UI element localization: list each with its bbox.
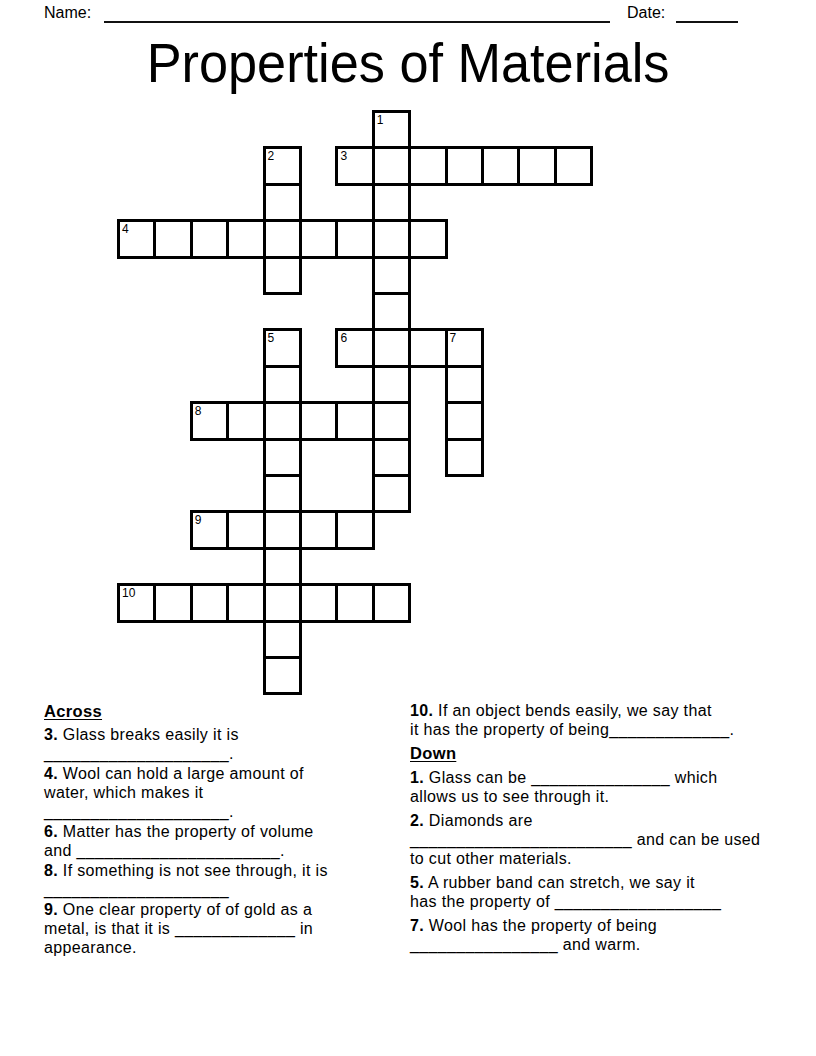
clue-text: If something is not see through, it is _… — [44, 862, 328, 898]
cell-number-6: 6 — [340, 331, 347, 345]
cell-r14c5[interactable] — [263, 583, 302, 622]
cell-r4c8[interactable] — [372, 219, 411, 258]
clue-across-10: 10. If an object bends easily, we say th… — [410, 701, 780, 739]
cell-r9c6[interactable] — [299, 401, 338, 440]
cell-r11c8[interactable] — [372, 474, 411, 513]
cell-r6c8[interactable] — [372, 292, 411, 331]
clue-number: 4. — [44, 765, 58, 782]
cell-number-4: 4 — [122, 222, 129, 236]
cell-r14c1[interactable]: 10 — [117, 583, 156, 622]
cell-r10c8[interactable] — [372, 438, 411, 477]
cell-r5c5[interactable] — [263, 256, 302, 295]
cell-r2c11[interactable] — [481, 146, 520, 185]
cell-r12c3[interactable]: 9 — [190, 510, 229, 549]
cell-number-10: 10 — [122, 586, 135, 600]
cell-r2c10[interactable] — [445, 146, 484, 185]
clue-text: A rubber band can stretch, we say it has… — [410, 874, 721, 910]
clue-number: 5. — [410, 874, 424, 891]
cell-r2c8[interactable] — [372, 146, 411, 185]
cell-r14c8[interactable] — [372, 583, 411, 622]
cell-number-2: 2 — [268, 149, 275, 163]
cell-r7c5[interactable]: 5 — [263, 328, 302, 367]
cell-r14c4[interactable] — [226, 583, 265, 622]
clue-text: Glass can be _______________ which allow… — [410, 769, 717, 805]
crossword-worksheet: Name: Date: Properties of Materials 1234… — [0, 0, 816, 1056]
cell-r7c9[interactable] — [408, 328, 447, 367]
clue-down-7: 7. Wool has the property of being ______… — [410, 916, 780, 954]
cell-r7c10[interactable]: 7 — [445, 328, 484, 367]
cell-number-9: 9 — [195, 513, 202, 527]
cell-r2c7[interactable]: 3 — [335, 146, 374, 185]
page-title: Properties of Materials — [0, 34, 816, 92]
cell-r7c8[interactable] — [372, 328, 411, 367]
clue-text: Diamonds are ________________________ an… — [410, 812, 760, 867]
clue-number: 2. — [410, 812, 424, 829]
cell-r2c12[interactable] — [517, 146, 556, 185]
cell-r1c8[interactable]: 1 — [372, 110, 411, 149]
clue-number: 8. — [44, 862, 58, 879]
clue-across-4: 4. Wool can hold a large amount of water… — [44, 764, 396, 821]
cell-number-3: 3 — [340, 149, 347, 163]
cell-r9c4[interactable] — [226, 401, 265, 440]
clue-number: 6. — [44, 823, 58, 840]
date-label: Date: — [627, 4, 665, 22]
cell-r4c1[interactable]: 4 — [117, 219, 156, 258]
name-blank-line — [104, 21, 610, 23]
cell-r11c5[interactable] — [263, 474, 302, 513]
clue-text: Wool has the property of being _________… — [410, 917, 657, 953]
cell-r14c3[interactable] — [190, 583, 229, 622]
cell-number-8: 8 — [195, 404, 202, 418]
clue-across-3: 3. Glass breaks easily it is ___________… — [44, 725, 396, 763]
clue-number: 1. — [410, 769, 424, 786]
cell-r5c8[interactable] — [372, 256, 411, 295]
cell-r3c5[interactable] — [263, 183, 302, 222]
cell-r13c5[interactable] — [263, 547, 302, 586]
cell-r4c3[interactable] — [190, 219, 229, 258]
clue-down-5: 5. A rubber band can stretch, we say it … — [410, 873, 780, 911]
cell-r12c4[interactable] — [226, 510, 265, 549]
cell-r4c6[interactable] — [299, 219, 338, 258]
clue-number: 10. — [410, 702, 433, 719]
clue-text: If an object bends easily, we say that i… — [410, 702, 734, 738]
cell-r3c8[interactable] — [372, 183, 411, 222]
cell-number-5: 5 — [268, 331, 275, 345]
cell-r9c10[interactable] — [445, 401, 484, 440]
down-clues-column: 10. If an object bends easily, we say th… — [410, 701, 780, 959]
cell-r2c13[interactable] — [554, 146, 593, 185]
cell-r10c10[interactable] — [445, 438, 484, 477]
clue-across-6: 6. Matter has the property of volume and… — [44, 822, 396, 860]
cell-r9c5[interactable] — [263, 401, 302, 440]
down-heading: Down — [410, 744, 780, 763]
cell-r4c7[interactable] — [335, 219, 374, 258]
cell-number-7: 7 — [450, 331, 457, 345]
cell-r9c3[interactable]: 8 — [190, 401, 229, 440]
clue-text: One clear property of of gold as a metal… — [44, 901, 313, 956]
cell-r9c8[interactable] — [372, 401, 411, 440]
cell-r4c2[interactable] — [153, 219, 192, 258]
clue-text: Wool can hold a large amount of water, w… — [44, 765, 304, 820]
clue-text: Matter has the property of volume and __… — [44, 823, 314, 859]
clue-number: 9. — [44, 901, 58, 918]
clue-number: 7. — [410, 917, 424, 934]
cell-r15c5[interactable] — [263, 620, 302, 659]
across-clues-column: Across 3. Glass breaks easily it is ____… — [44, 702, 396, 958]
cell-r12c6[interactable] — [299, 510, 338, 549]
cell-r2c5[interactable]: 2 — [263, 146, 302, 185]
cell-r12c5[interactable] — [263, 510, 302, 549]
cell-r4c4[interactable] — [226, 219, 265, 258]
crossword-grid: 12345678910 — [117, 110, 594, 696]
clue-down-1: 1. Glass can be _______________ which al… — [410, 768, 780, 806]
cell-r16c5[interactable] — [263, 656, 302, 695]
clue-down-2: 2. Diamonds are ________________________… — [410, 811, 780, 868]
cell-r9c7[interactable] — [335, 401, 374, 440]
cell-r8c8[interactable] — [372, 365, 411, 404]
cell-r2c9[interactable] — [408, 146, 447, 185]
cell-r14c7[interactable] — [335, 583, 374, 622]
cell-r8c5[interactable] — [263, 365, 302, 404]
clue-text: Glass breaks easily it is ______________… — [44, 726, 239, 762]
cell-r4c5[interactable] — [263, 219, 302, 258]
cell-r10c5[interactable] — [263, 438, 302, 477]
cell-r7c7[interactable]: 6 — [335, 328, 374, 367]
cell-number-1: 1 — [377, 113, 384, 127]
cell-r12c7[interactable] — [335, 510, 374, 549]
cell-r14c2[interactable] — [153, 583, 192, 622]
name-label: Name: — [44, 4, 91, 22]
cell-r8c10[interactable] — [445, 365, 484, 404]
date-blank-line — [676, 21, 738, 23]
across-heading: Across — [44, 702, 396, 721]
clue-number: 3. — [44, 726, 58, 743]
cell-r14c6[interactable] — [299, 583, 338, 622]
cell-r4c9[interactable] — [408, 219, 447, 258]
clue-across-9: 9. One clear property of of gold as a me… — [44, 900, 396, 957]
clue-across-8: 8. If something is not see through, it i… — [44, 861, 396, 899]
